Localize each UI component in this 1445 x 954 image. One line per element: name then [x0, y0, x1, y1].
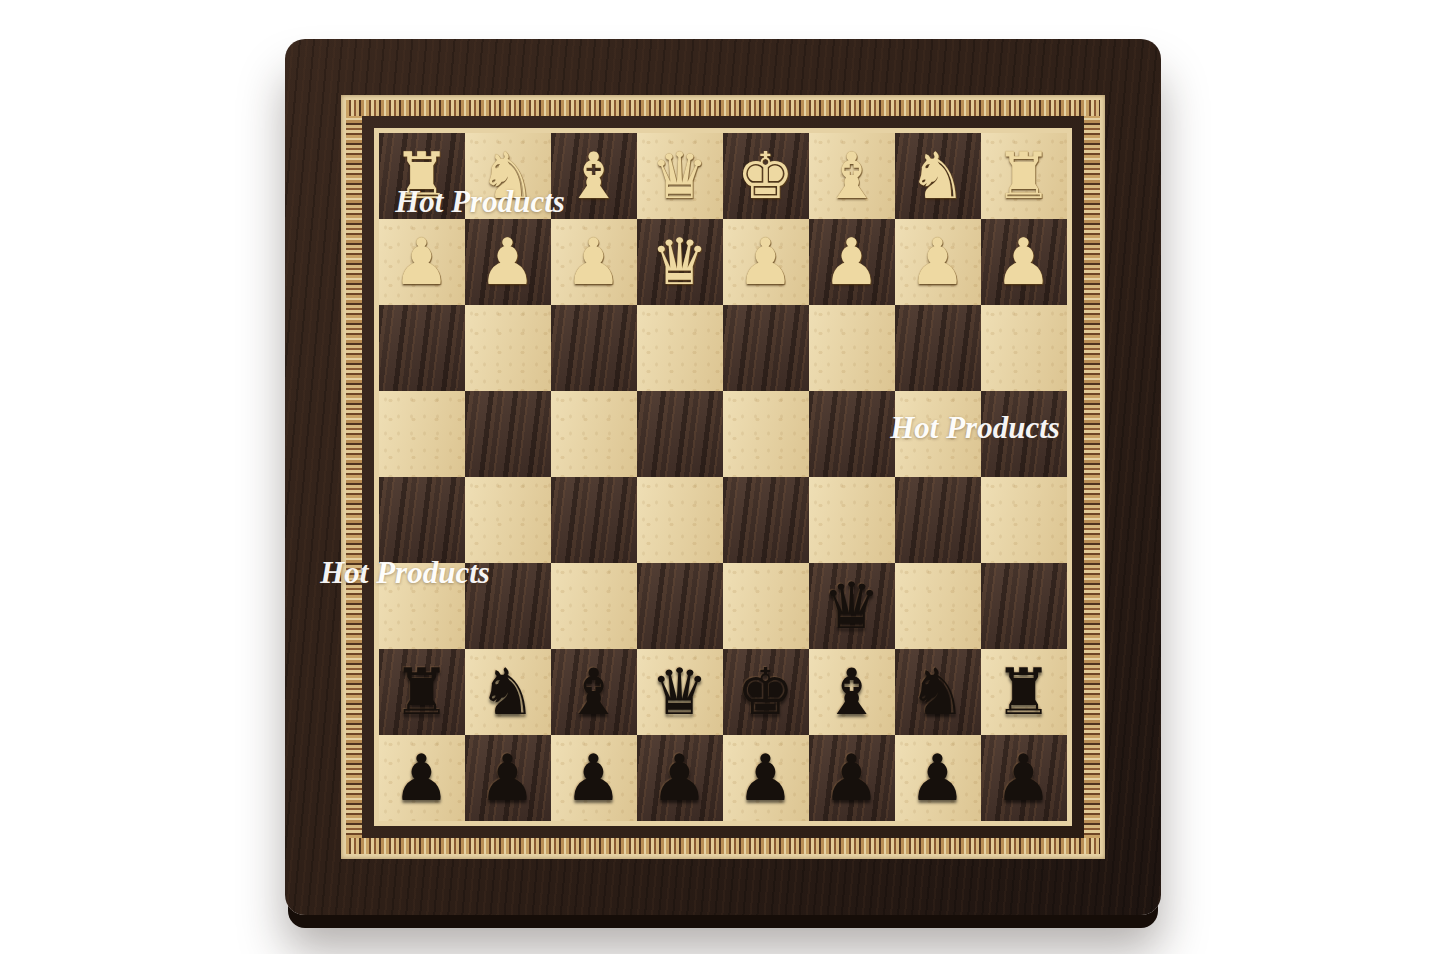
- square-c8: ♝: [551, 133, 637, 219]
- inlay-stripe-left: [346, 116, 362, 838]
- black-pawn: ♟: [479, 746, 536, 810]
- square-d3: [637, 563, 723, 649]
- square-g5: [895, 391, 981, 477]
- square-e4: [723, 477, 809, 563]
- black-pawn: ♟: [651, 746, 708, 810]
- square-a3: [379, 563, 465, 649]
- square-e7: ♟: [723, 219, 809, 305]
- square-b4: [465, 477, 551, 563]
- black-bishop: ♝: [565, 660, 622, 724]
- square-g2: ♞: [895, 649, 981, 735]
- white-bishop: ♝: [565, 144, 622, 208]
- black-pawn: ♟: [565, 746, 622, 810]
- square-g8: ♞: [895, 133, 981, 219]
- square-e2: ♚: [723, 649, 809, 735]
- square-b6: [465, 305, 551, 391]
- square-a7: ♟: [379, 219, 465, 305]
- square-e6: [723, 305, 809, 391]
- inlay-stripe-bottom: [346, 838, 1100, 854]
- product-photo-scene: ♜♞♝♛♚♝♞♜♟♟♟♛♟♟♟♟♛♜♞♝♛♚♝♞♜♟♟♟♟♟♟♟♟ Hot Pr…: [0, 0, 1445, 954]
- black-pawn: ♟: [995, 746, 1052, 810]
- square-h8: ♜: [981, 133, 1067, 219]
- black-knight: ♞: [479, 660, 536, 724]
- square-a1: ♟: [379, 735, 465, 821]
- board-border-inlay-stripes: ♜♞♝♛♚♝♞♜♟♟♟♛♟♟♟♟♛♜♞♝♛♚♝♞♜♟♟♟♟♟♟♟♟: [346, 100, 1100, 854]
- square-h3: [981, 563, 1067, 649]
- white-queen: ♛: [651, 230, 708, 294]
- square-d6: [637, 305, 723, 391]
- square-f1: ♟: [809, 735, 895, 821]
- square-e8: ♚: [723, 133, 809, 219]
- white-pawn: ♟: [737, 230, 794, 294]
- black-queen: ♛: [823, 574, 880, 638]
- square-a4: [379, 477, 465, 563]
- black-rook: ♜: [995, 660, 1052, 724]
- square-c5: [551, 391, 637, 477]
- square-a8: ♜: [379, 133, 465, 219]
- square-g4: [895, 477, 981, 563]
- square-h6: [981, 305, 1067, 391]
- square-a2: ♜: [379, 649, 465, 735]
- square-h7: ♟: [981, 219, 1067, 305]
- square-f7: ♟: [809, 219, 895, 305]
- white-pawn: ♟: [565, 230, 622, 294]
- square-f2: ♝: [809, 649, 895, 735]
- square-c4: [551, 477, 637, 563]
- white-knight: ♞: [909, 144, 966, 208]
- square-a5: [379, 391, 465, 477]
- board-border-maple-inner: ♜♞♝♛♚♝♞♜♟♟♟♛♟♟♟♟♛♜♞♝♛♚♝♞♜♟♟♟♟♟♟♟♟: [374, 128, 1072, 826]
- white-king: ♚: [737, 144, 794, 208]
- inlay-stripe-right: [1084, 116, 1100, 838]
- chess-board-frame: ♜♞♝♛♚♝♞♜♟♟♟♛♟♟♟♟♛♜♞♝♛♚♝♞♜♟♟♟♟♟♟♟♟: [285, 39, 1161, 915]
- square-d2: ♛: [637, 649, 723, 735]
- square-e1: ♟: [723, 735, 809, 821]
- black-king: ♚: [737, 660, 794, 724]
- white-pawn: ♟: [393, 230, 450, 294]
- square-f6: [809, 305, 895, 391]
- black-pawn: ♟: [823, 746, 880, 810]
- white-pawn: ♟: [995, 230, 1052, 294]
- square-h5: [981, 391, 1067, 477]
- square-g7: ♟: [895, 219, 981, 305]
- board-border-dark-band: ♜♞♝♛♚♝♞♜♟♟♟♛♟♟♟♟♛♜♞♝♛♚♝♞♜♟♟♟♟♟♟♟♟: [362, 116, 1084, 838]
- black-pawn: ♟: [737, 746, 794, 810]
- square-f4: [809, 477, 895, 563]
- square-b3: [465, 563, 551, 649]
- white-pawn: ♟: [909, 230, 966, 294]
- square-d7: ♛: [637, 219, 723, 305]
- square-b7: ♟: [465, 219, 551, 305]
- inlay-stripe-top: [346, 100, 1100, 116]
- square-c3: [551, 563, 637, 649]
- square-b8: ♞: [465, 133, 551, 219]
- white-rook: ♜: [995, 144, 1052, 208]
- square-d1: ♟: [637, 735, 723, 821]
- square-c7: ♟: [551, 219, 637, 305]
- square-b2: ♞: [465, 649, 551, 735]
- square-a6: [379, 305, 465, 391]
- board-border-maple-outer: ♜♞♝♛♚♝♞♜♟♟♟♛♟♟♟♟♛♜♞♝♛♚♝♞♜♟♟♟♟♟♟♟♟: [341, 95, 1105, 859]
- square-g3: [895, 563, 981, 649]
- square-g1: ♟: [895, 735, 981, 821]
- square-h2: ♜: [981, 649, 1067, 735]
- chess-board: ♜♞♝♛♚♝♞♜♟♟♟♛♟♟♟♟♛♜♞♝♛♚♝♞♜♟♟♟♟♟♟♟♟: [379, 133, 1067, 821]
- square-g6: [895, 305, 981, 391]
- square-b5: [465, 391, 551, 477]
- white-pawn: ♟: [479, 230, 536, 294]
- white-rook: ♜: [393, 144, 450, 208]
- white-queen: ♛: [651, 144, 708, 208]
- black-rook: ♜: [393, 660, 450, 724]
- white-knight: ♞: [479, 144, 536, 208]
- white-bishop: ♝: [823, 144, 880, 208]
- black-pawn: ♟: [909, 746, 966, 810]
- white-pawn: ♟: [823, 230, 880, 294]
- square-e3: [723, 563, 809, 649]
- square-c1: ♟: [551, 735, 637, 821]
- square-e5: [723, 391, 809, 477]
- square-b1: ♟: [465, 735, 551, 821]
- square-d8: ♛: [637, 133, 723, 219]
- black-bishop: ♝: [823, 660, 880, 724]
- black-pawn: ♟: [393, 746, 450, 810]
- square-c2: ♝: [551, 649, 637, 735]
- square-f3: ♛: [809, 563, 895, 649]
- black-knight: ♞: [909, 660, 966, 724]
- square-f5: [809, 391, 895, 477]
- square-h1: ♟: [981, 735, 1067, 821]
- square-h4: [981, 477, 1067, 563]
- square-f8: ♝: [809, 133, 895, 219]
- square-c6: [551, 305, 637, 391]
- square-d4: [637, 477, 723, 563]
- black-queen: ♛: [651, 660, 708, 724]
- square-d5: [637, 391, 723, 477]
